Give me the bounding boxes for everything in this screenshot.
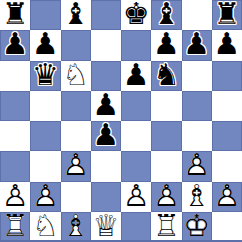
black-bishop[interactable]: ♝ (61, 0, 91, 30)
square-h1[interactable] (212, 212, 242, 242)
white-pawn[interactable]: ♟♙ (212, 182, 242, 212)
square-e5[interactable] (121, 91, 151, 121)
black-pawn[interactable]: ♟ (182, 30, 212, 60)
square-a7[interactable]: ♟ (0, 30, 30, 60)
square-e8[interactable]: ♚ (121, 0, 151, 30)
piece-outline-layer: ♔ (183, 211, 210, 241)
square-f5[interactable] (151, 91, 181, 121)
piece-glyph: ♝ (62, 0, 89, 29)
piece-glyph: ♛ (32, 59, 59, 89)
piece-glyph: ♟ (92, 120, 119, 150)
square-d3[interactable] (91, 151, 121, 181)
piece-outline-layer: ♕ (92, 211, 119, 241)
white-knight[interactable]: ♞♘ (30, 212, 60, 242)
piece-glyph: ♜ (2, 0, 29, 29)
piece-outline-layer: ♙ (123, 180, 150, 210)
piece-glyph: ♟ (153, 29, 180, 59)
black-pawn[interactable]: ♟ (121, 61, 151, 91)
white-pawn[interactable]: ♟♙ (61, 151, 91, 181)
piece-glyph: ♟ (183, 29, 210, 59)
piece-outline-layer: ♙ (2, 180, 29, 210)
piece-outline-layer: ♖ (153, 211, 180, 241)
square-e4[interactable] (121, 121, 151, 151)
piece-glyph: ♞ (153, 59, 180, 89)
square-g5[interactable] (182, 91, 212, 121)
white-rook[interactable]: ♜♖ (151, 212, 181, 242)
square-e2[interactable]: ♟♙ (121, 182, 151, 212)
square-f4[interactable] (151, 121, 181, 151)
square-h4[interactable] (212, 121, 242, 151)
piece-outline-layer: ♙ (32, 180, 59, 210)
square-c3[interactable]: ♟♙ (61, 151, 91, 181)
black-pawn[interactable]: ♟ (212, 30, 242, 60)
piece-outline-layer: ♙ (62, 150, 89, 180)
piece-outline-layer: ♖ (2, 211, 29, 241)
piece-outline-layer: ♘ (62, 59, 89, 89)
square-h5[interactable] (212, 91, 242, 121)
piece-outline-layer: ♘ (32, 211, 59, 241)
square-g7[interactable]: ♟ (182, 30, 212, 60)
square-d8[interactable] (91, 0, 121, 30)
square-g6[interactable] (182, 61, 212, 91)
piece-glyph: ♟ (123, 59, 150, 89)
piece-outline-layer: ♙ (183, 150, 210, 180)
white-bishop[interactable]: ♝♗ (61, 212, 91, 242)
piece-glyph: ♟ (2, 29, 29, 59)
square-a6[interactable] (0, 61, 30, 91)
square-h2[interactable]: ♟♙ (212, 182, 242, 212)
square-h7[interactable]: ♟ (212, 30, 242, 60)
piece-glyph: ♟ (92, 90, 119, 120)
piece-glyph: ♟ (32, 29, 59, 59)
square-d1[interactable]: ♛♕ (91, 212, 121, 242)
white-pawn[interactable]: ♟♙ (121, 182, 151, 212)
white-king[interactable]: ♚♔ (182, 212, 212, 242)
piece-outline-layer: ♙ (153, 180, 180, 210)
square-c8[interactable]: ♝ (61, 0, 91, 30)
piece-outline-layer: ♗ (183, 180, 210, 210)
square-e1[interactable] (121, 212, 151, 242)
white-rook[interactable]: ♜♖ (0, 212, 30, 242)
square-g1[interactable]: ♚♔ (182, 212, 212, 242)
square-d7[interactable] (91, 30, 121, 60)
square-b4[interactable] (30, 121, 60, 151)
piece-outline-layer: ♙ (213, 180, 240, 210)
square-b5[interactable] (30, 91, 60, 121)
square-a5[interactable] (0, 91, 30, 121)
square-h6[interactable] (212, 61, 242, 91)
piece-glyph: ♜ (213, 0, 240, 29)
black-queen[interactable]: ♛ (30, 61, 60, 91)
black-king[interactable]: ♚ (121, 0, 151, 30)
piece-glyph: ♟ (213, 29, 240, 59)
chess-board: ♜♝♚♝♜♟♟♟♟♟♛♞♘♟♞♟♟♟♙♟♙♟♙♟♙♟♙♟♙♝♗♟♙♜♖♞♘♝♗♛… (0, 0, 242, 242)
black-pawn[interactable]: ♟ (0, 30, 30, 60)
square-a4[interactable] (0, 121, 30, 151)
black-pawn[interactable]: ♟ (91, 121, 121, 151)
piece-outline-layer: ♗ (62, 211, 89, 241)
white-queen[interactable]: ♛♕ (91, 212, 121, 242)
square-c6[interactable]: ♞♘ (61, 61, 91, 91)
square-d4[interactable]: ♟ (91, 121, 121, 151)
square-e6[interactable]: ♟ (121, 61, 151, 91)
square-f6[interactable]: ♞ (151, 61, 181, 91)
square-b1[interactable]: ♞♘ (30, 212, 60, 242)
square-c1[interactable]: ♝♗ (61, 212, 91, 242)
square-f1[interactable]: ♜♖ (151, 212, 181, 242)
square-c5[interactable] (61, 91, 91, 121)
square-b6[interactable]: ♛ (30, 61, 60, 91)
piece-glyph: ♚ (123, 0, 150, 29)
square-a1[interactable]: ♜♖ (0, 212, 30, 242)
black-knight[interactable]: ♞ (151, 61, 181, 91)
piece-glyph: ♝ (153, 0, 180, 29)
white-knight[interactable]: ♞♘ (61, 61, 91, 91)
